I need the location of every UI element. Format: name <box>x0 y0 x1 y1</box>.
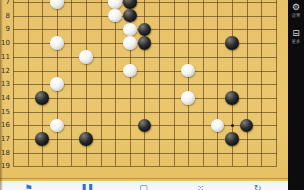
white-stone <box>108 0 122 9</box>
white-stone <box>108 9 122 23</box>
white-stone <box>123 23 137 37</box>
row-label: 8 <box>0 12 10 20</box>
sidebar-item-label: 更多 <box>289 38 303 43</box>
white-stone <box>50 77 64 91</box>
black-stone <box>225 132 239 146</box>
grid-vline <box>174 0 175 166</box>
apps-icon[interactable]: ⁙ <box>197 183 204 190</box>
black-stone <box>79 132 93 146</box>
grid-vline <box>188 0 189 166</box>
black-stone <box>240 119 254 133</box>
black-stone <box>123 0 137 9</box>
grid-vline <box>261 0 262 166</box>
grid-vline <box>247 0 248 166</box>
row-label: 11 <box>0 53 10 61</box>
white-stone <box>79 50 93 64</box>
white-stone <box>211 119 225 133</box>
grid-vline <box>276 0 277 166</box>
grid-hline <box>13 71 277 72</box>
board-bottom-edge <box>0 178 288 179</box>
white-stone <box>123 36 137 50</box>
more-icon: ⊟ <box>288 28 304 38</box>
sidebar-item-label: 设置 <box>289 12 303 17</box>
go-board[interactable]: 78910111213141516171819 <box>0 0 288 190</box>
row-label: 7 <box>0 0 10 6</box>
row-label: 10 <box>0 39 10 47</box>
white-stone <box>181 91 195 105</box>
grid-vline <box>203 0 204 166</box>
right-sidebar: ⚙设置⊟更多 <box>288 0 304 190</box>
grid-hline <box>13 153 277 154</box>
white-stone <box>50 119 64 133</box>
pause-icon[interactable]: ❚❚ <box>80 183 93 190</box>
black-stone <box>138 36 152 50</box>
grid-hline <box>13 57 277 58</box>
black-stone <box>123 9 137 23</box>
row-label: 13 <box>0 80 10 88</box>
grid-hline <box>13 16 277 17</box>
black-stone <box>225 91 239 105</box>
row-label: 19 <box>0 162 10 170</box>
row-label: 17 <box>0 135 10 143</box>
grid-vline <box>13 0 14 166</box>
black-stone <box>138 119 152 133</box>
black-stone <box>35 132 49 146</box>
row-label: 15 <box>0 108 10 116</box>
white-stone <box>181 64 195 78</box>
gear-icon: ⚙ <box>288 2 304 12</box>
black-stone <box>138 23 152 37</box>
grid-vline <box>217 0 218 166</box>
share-icon[interactable]: ⚑ <box>24 183 31 190</box>
refresh-icon[interactable]: ↻ <box>254 183 261 190</box>
star-point <box>231 124 234 127</box>
grid-vline <box>28 0 29 166</box>
grid-vline <box>115 0 116 166</box>
grid-vline <box>159 0 160 166</box>
sidebar-item-更多[interactable]: ⊟更多 <box>288 28 304 44</box>
row-label: 12 <box>0 67 10 75</box>
white-stone <box>123 64 137 78</box>
grid-vline <box>101 0 102 166</box>
bottom-toolbar: ⚑❚❚▢⁙↻ <box>0 181 288 190</box>
stop-icon[interactable]: ▢ <box>139 183 147 190</box>
black-stone <box>35 91 49 105</box>
white-stone <box>50 0 64 9</box>
grid-vline <box>71 0 72 166</box>
white-stone <box>50 36 64 50</box>
row-label: 14 <box>0 94 10 102</box>
row-label: 9 <box>0 25 10 33</box>
black-stone <box>225 36 239 50</box>
row-label: 16 <box>0 121 10 129</box>
grid-hline <box>13 112 277 113</box>
grid-hline <box>13 166 277 167</box>
row-label: 18 <box>0 149 10 157</box>
sidebar-item-设置[interactable]: ⚙设置 <box>288 2 304 18</box>
